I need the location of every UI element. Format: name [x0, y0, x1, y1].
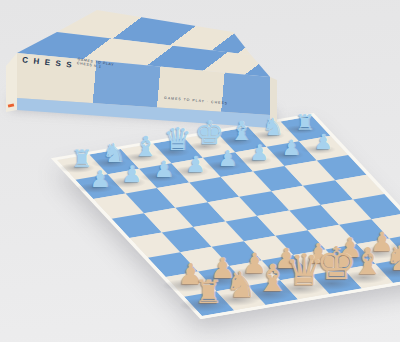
- piece-wood-rook-a1[interactable]: ♜: [179, 276, 239, 308]
- product-photo-scene: CHESS GAMES TO PLAY CHESS N.1 GAMES TO P…: [0, 0, 400, 342]
- piece-blue-pawn-a7[interactable]: ♟: [70, 168, 130, 191]
